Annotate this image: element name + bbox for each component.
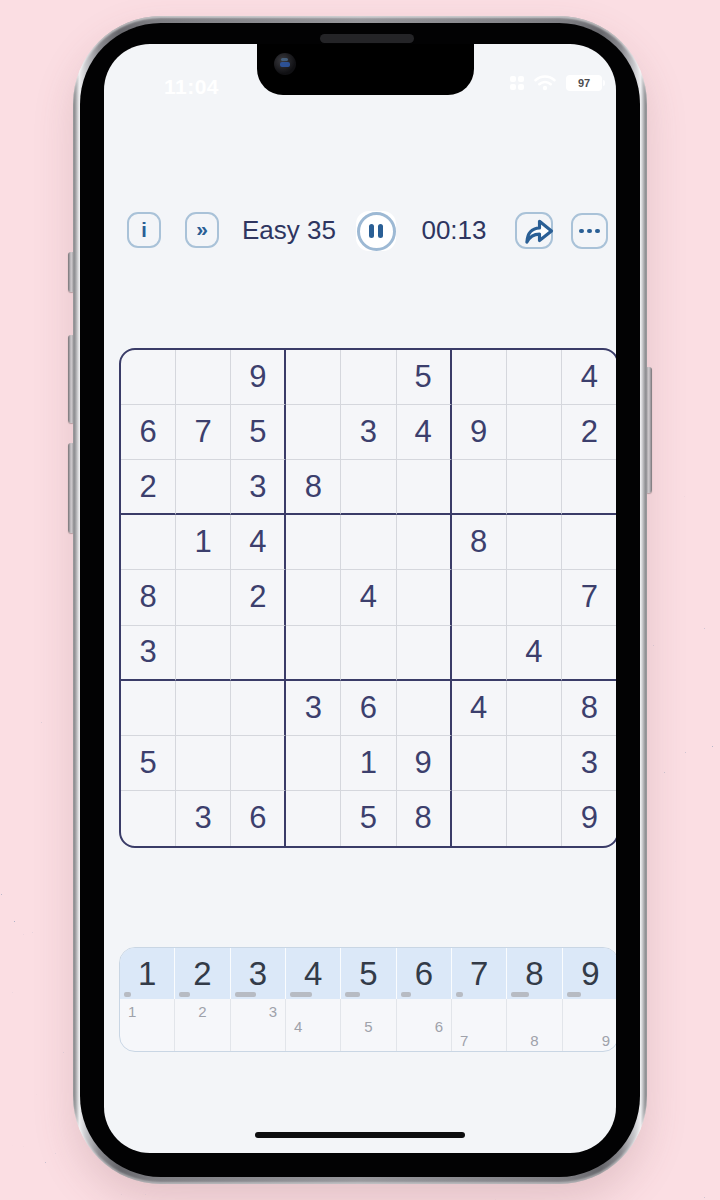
pencil-position-digit: 1 bbox=[128, 1004, 136, 1019]
sudoku-cell-r8c6[interactable]: 9 bbox=[397, 736, 452, 791]
sudoku-cell-r9c7[interactable] bbox=[452, 791, 507, 846]
given-digit: 7 bbox=[581, 579, 598, 615]
pencil-position-digit: 7 bbox=[460, 1033, 468, 1048]
numpad-digit: 1 bbox=[138, 955, 156, 993]
sudoku-cell-r2c8[interactable] bbox=[507, 405, 562, 460]
skip-button[interactable]: » bbox=[185, 212, 219, 248]
sudoku-cell-r2c7[interactable]: 9 bbox=[452, 405, 507, 460]
numpad-digit: 4 bbox=[304, 955, 322, 993]
sudoku-cell-r3c4[interactable]: 8 bbox=[286, 460, 341, 515]
iphone-mockup: 11:04 97 bbox=[73, 16, 647, 1184]
sudoku-cell-r9c6[interactable]: 8 bbox=[397, 791, 452, 846]
sudoku-cell-r8c5[interactable]: 1 bbox=[341, 736, 396, 791]
sudoku-cell-r1c9[interactable]: 4 bbox=[562, 350, 616, 405]
sudoku-cell-r9c9[interactable]: 9 bbox=[562, 791, 616, 846]
sudoku-cell-r4c5[interactable] bbox=[341, 515, 396, 570]
sudoku-cell-r6c2[interactable] bbox=[176, 626, 231, 681]
sudoku-cell-r6c3[interactable] bbox=[231, 626, 286, 681]
digit-progress-bar bbox=[511, 992, 529, 997]
given-digit: 3 bbox=[195, 800, 212, 836]
numpad-digit: 9 bbox=[581, 955, 599, 993]
given-digit: 1 bbox=[360, 745, 377, 781]
given-digit: 6 bbox=[360, 690, 377, 726]
digit-progress-bar bbox=[567, 992, 581, 997]
given-digit: 5 bbox=[249, 414, 266, 450]
given-digit: 8 bbox=[139, 579, 156, 615]
given-digit: 3 bbox=[249, 469, 266, 505]
given-digit: 3 bbox=[581, 745, 598, 781]
sudoku-cell-r5c1[interactable]: 8 bbox=[121, 570, 176, 625]
sudoku-cell-r8c7[interactable] bbox=[452, 736, 507, 791]
digit-progress-bar bbox=[456, 992, 463, 997]
sudoku-cell-r4c1[interactable] bbox=[121, 515, 176, 570]
given-digit: 4 bbox=[470, 690, 487, 726]
sudoku-cell-r3c7[interactable] bbox=[452, 460, 507, 515]
given-digit: 9 bbox=[414, 745, 431, 781]
sudoku-cell-r1c6[interactable]: 5 bbox=[397, 350, 452, 405]
game-timer: 00:13 bbox=[410, 211, 498, 249]
pencil-position-digit: 4 bbox=[294, 1019, 302, 1034]
difficulty-label: Easy 35 bbox=[222, 211, 356, 249]
numpad-key-9[interactable]: 99 bbox=[563, 948, 616, 1051]
digit-progress-bar bbox=[401, 992, 412, 997]
sudoku-cell-r6c5[interactable] bbox=[341, 626, 396, 681]
sudoku-cell-r4c7[interactable]: 8 bbox=[452, 515, 507, 570]
sudoku-cell-r2c3[interactable]: 5 bbox=[231, 405, 286, 460]
sudoku-cell-r1c4[interactable] bbox=[286, 350, 341, 405]
given-digit: 6 bbox=[249, 800, 266, 836]
sudoku-cell-r4c2[interactable]: 1 bbox=[176, 515, 231, 570]
sudoku-cell-r6c4[interactable] bbox=[286, 626, 341, 681]
sudoku-cell-r5c7[interactable] bbox=[452, 570, 507, 625]
pencil-position-digit: 2 bbox=[198, 1004, 206, 1019]
given-digit: 5 bbox=[139, 745, 156, 781]
home-indicator[interactable] bbox=[255, 1132, 465, 1138]
share-button[interactable] bbox=[515, 212, 553, 249]
sudoku-cell-r9c5[interactable]: 5 bbox=[341, 791, 396, 846]
sudoku-cell-r3c8[interactable] bbox=[507, 460, 562, 515]
given-digit: 8 bbox=[414, 800, 431, 836]
wifi-icon bbox=[533, 74, 557, 91]
sudoku-cell-r1c8[interactable] bbox=[507, 350, 562, 405]
given-digit: 2 bbox=[581, 414, 598, 450]
numpad-digit: 6 bbox=[415, 955, 433, 993]
more-options-button[interactable] bbox=[571, 213, 608, 249]
sudoku-cell-r6c6[interactable] bbox=[397, 626, 452, 681]
sudoku-cell-r9c8[interactable] bbox=[507, 791, 562, 846]
sudoku-cell-r6c8[interactable]: 4 bbox=[507, 626, 562, 681]
given-digit: 8 bbox=[581, 690, 598, 726]
pencil-position-digit: 8 bbox=[530, 1033, 538, 1048]
given-digit: 4 bbox=[360, 579, 377, 615]
sudoku-cell-r2c2[interactable]: 7 bbox=[176, 405, 231, 460]
share-icon bbox=[520, 210, 556, 250]
sudoku-cell-r8c3[interactable] bbox=[231, 736, 286, 791]
sudoku-cell-r2c1[interactable]: 6 bbox=[121, 405, 176, 460]
sudoku-cell-r3c9[interactable] bbox=[562, 460, 616, 515]
sudoku-cell-r2c9[interactable]: 2 bbox=[562, 405, 616, 460]
numpad-key-8[interactable]: 88 bbox=[507, 948, 562, 1051]
sudoku-cell-r8c1[interactable]: 5 bbox=[121, 736, 176, 791]
sudoku-cell-r2c6[interactable]: 4 bbox=[397, 405, 452, 460]
sudoku-cell-r4c3[interactable]: 4 bbox=[231, 515, 286, 570]
sudoku-cell-r8c8[interactable] bbox=[507, 736, 562, 791]
given-digit: 9 bbox=[581, 800, 598, 836]
sudoku-cell-r7c8[interactable] bbox=[507, 681, 562, 736]
numpad-key-1[interactable]: 11 bbox=[120, 948, 175, 1051]
info-icon: i bbox=[141, 219, 147, 242]
sudoku-cell-r9c2[interactable]: 3 bbox=[176, 791, 231, 846]
given-digit: 9 bbox=[249, 359, 266, 395]
sudoku-cell-r5c9[interactable]: 7 bbox=[562, 570, 616, 625]
numpad: 112233445566778899 bbox=[119, 947, 616, 1052]
given-digit: 4 bbox=[525, 634, 542, 670]
sudoku-cell-r9c4[interactable] bbox=[286, 791, 341, 846]
sudoku-cell-r9c1[interactable] bbox=[121, 791, 176, 846]
toolbar: i » Easy 35 00:13 bbox=[104, 211, 616, 251]
pencil-position-digit: 9 bbox=[602, 1033, 610, 1048]
sudoku-cell-r3c2[interactable] bbox=[176, 460, 231, 515]
given-digit: 8 bbox=[305, 469, 322, 505]
sudoku-cell-r7c4[interactable]: 3 bbox=[286, 681, 341, 736]
given-digit: 7 bbox=[195, 414, 212, 450]
sudoku-cell-r1c5[interactable] bbox=[341, 350, 396, 405]
sudoku-cell-r1c2[interactable] bbox=[176, 350, 231, 405]
pencil-position-digit: 6 bbox=[435, 1019, 443, 1034]
given-digit: 3 bbox=[139, 634, 156, 670]
status-time: 11:04 bbox=[164, 75, 219, 99]
sudoku-cell-r5c6[interactable] bbox=[397, 570, 452, 625]
sudoku-cell-r3c1[interactable]: 2 bbox=[121, 460, 176, 515]
given-digit: 3 bbox=[305, 690, 322, 726]
digit-progress-bar bbox=[290, 992, 312, 997]
sudoku-cell-r4c6[interactable] bbox=[397, 515, 452, 570]
given-digit: 4 bbox=[581, 359, 598, 395]
given-digit: 6 bbox=[139, 414, 156, 450]
sudoku-cell-r2c5[interactable]: 3 bbox=[341, 405, 396, 460]
sudoku-cell-r4c4[interactable] bbox=[286, 515, 341, 570]
given-digit: 3 bbox=[360, 414, 377, 450]
sudoku-cell-r3c6[interactable] bbox=[397, 460, 452, 515]
given-digit: 4 bbox=[414, 414, 431, 450]
battery-percent: 97 bbox=[578, 77, 590, 89]
sudoku-cell-r5c5[interactable]: 4 bbox=[341, 570, 396, 625]
phone-bezel: 11:04 97 bbox=[80, 23, 640, 1177]
sudoku-cell-r7c3[interactable] bbox=[231, 681, 286, 736]
sudoku-cell-r5c2[interactable] bbox=[176, 570, 231, 625]
phone-screen: 11:04 97 bbox=[104, 44, 616, 1153]
digit-progress-bar bbox=[179, 992, 190, 997]
numpad-key-6[interactable]: 66 bbox=[397, 948, 452, 1051]
pause-button[interactable] bbox=[356, 211, 396, 251]
sudoku-cell-r7c5[interactable]: 6 bbox=[341, 681, 396, 736]
front-camera-icon bbox=[274, 53, 296, 75]
numpad-digit: 3 bbox=[249, 955, 267, 993]
numpad-key-3[interactable]: 33 bbox=[231, 948, 286, 1051]
sudoku-cell-r1c7[interactable] bbox=[452, 350, 507, 405]
page-background: 11:04 97 bbox=[0, 0, 720, 1200]
digit-progress-bar bbox=[124, 992, 131, 997]
sudoku-cell-r7c2[interactable] bbox=[176, 681, 231, 736]
numpad-digit: 5 bbox=[359, 955, 377, 993]
numpad-key-7[interactable]: 77 bbox=[452, 948, 507, 1051]
digit-progress-bar bbox=[235, 992, 257, 997]
given-digit: 8 bbox=[470, 524, 487, 560]
numpad-key-2[interactable]: 22 bbox=[175, 948, 230, 1051]
pencil-position-digit: 3 bbox=[269, 1004, 277, 1019]
battery-icon: 97 bbox=[566, 75, 602, 91]
sudoku-cell-r2c4[interactable] bbox=[286, 405, 341, 460]
sudoku-cell-r4c9[interactable] bbox=[562, 515, 616, 570]
sudoku-cell-r3c3[interactable]: 3 bbox=[231, 460, 286, 515]
given-digit: 5 bbox=[414, 359, 431, 395]
sudoku-cell-r8c4[interactable] bbox=[286, 736, 341, 791]
given-digit: 5 bbox=[360, 800, 377, 836]
sudoku-cell-r6c1[interactable]: 3 bbox=[121, 626, 176, 681]
sudoku-cell-r3c5[interactable] bbox=[341, 460, 396, 515]
sudoku-cell-r7c7[interactable]: 4 bbox=[452, 681, 507, 736]
numpad-digit: 2 bbox=[193, 955, 211, 993]
given-digit: 2 bbox=[249, 579, 266, 615]
sudoku-cell-r6c7[interactable] bbox=[452, 626, 507, 681]
given-digit: 2 bbox=[139, 469, 156, 505]
phone-frame: 11:04 97 bbox=[73, 16, 647, 1184]
numpad-digit: 7 bbox=[470, 955, 488, 993]
numpad-key-4[interactable]: 44 bbox=[286, 948, 341, 1051]
sudoku-cell-r1c1[interactable] bbox=[121, 350, 176, 405]
numpad-key-5[interactable]: 55 bbox=[341, 948, 396, 1051]
sudoku-cell-r8c2[interactable] bbox=[176, 736, 231, 791]
numpad-digit: 8 bbox=[525, 955, 543, 993]
sudoku-cell-r4c8[interactable] bbox=[507, 515, 562, 570]
skip-forward-icon: » bbox=[196, 217, 208, 241]
sudoku-cell-r6c9[interactable] bbox=[562, 626, 616, 681]
given-digit: 4 bbox=[249, 524, 266, 560]
sudoku-cell-r5c3[interactable]: 2 bbox=[231, 570, 286, 625]
sudoku-cell-r7c9[interactable]: 8 bbox=[562, 681, 616, 736]
given-digit: 9 bbox=[470, 414, 487, 450]
sudoku-cell-r5c8[interactable] bbox=[507, 570, 562, 625]
sudoku-grid: 95467534922381488247343648519336589 bbox=[119, 348, 616, 848]
sudoku-cell-r7c1[interactable] bbox=[121, 681, 176, 736]
sudoku-cell-r5c4[interactable] bbox=[286, 570, 341, 625]
notch bbox=[257, 44, 474, 95]
sudoku-cell-r9c3[interactable]: 6 bbox=[231, 791, 286, 846]
sudoku-cell-r8c9[interactable]: 3 bbox=[562, 736, 616, 791]
given-digit: 1 bbox=[195, 524, 212, 560]
digit-progress-bar bbox=[345, 992, 359, 997]
ellipsis-icon bbox=[579, 229, 584, 234]
info-button[interactable]: i bbox=[127, 212, 161, 248]
sudoku-cell-r7c6[interactable] bbox=[397, 681, 452, 736]
sudoku-cell-r1c3[interactable]: 9 bbox=[231, 350, 286, 405]
earpiece-speaker bbox=[320, 34, 414, 43]
pause-icon bbox=[357, 212, 396, 251]
cellular-signal-icon bbox=[510, 76, 524, 90]
pencil-position-digit: 5 bbox=[364, 1019, 372, 1034]
